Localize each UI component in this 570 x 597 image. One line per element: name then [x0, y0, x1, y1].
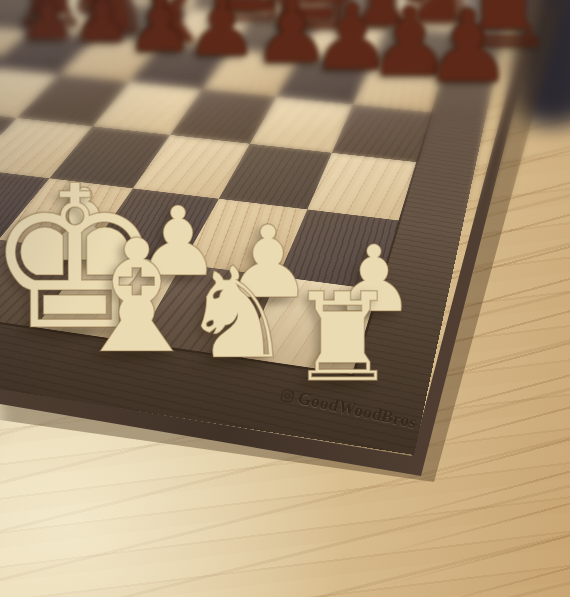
pieces-layer: ♜♞♝♛♚♝♞♜♟♟♟♟♟♟♟♟♚♟♝♟♞♟♜♟: [0, 0, 570, 597]
black-pawn: ♟: [19, 0, 76, 49]
black-pawn: ♟: [126, 0, 194, 63]
black-pawn: ♟: [185, 0, 259, 68]
chessboard-photo-scene: ♜♞♝♛♚♝♞♜♟♟♟♟♟♟♟♟♚♟♝♟♞♟♜♟ GoodWoodBros: [0, 0, 570, 597]
white-rook: ♜: [288, 277, 397, 399]
instagram-icon: [280, 389, 295, 403]
white-knight: ♞: [181, 251, 294, 377]
black-pawn: ♟: [423, 0, 513, 97]
